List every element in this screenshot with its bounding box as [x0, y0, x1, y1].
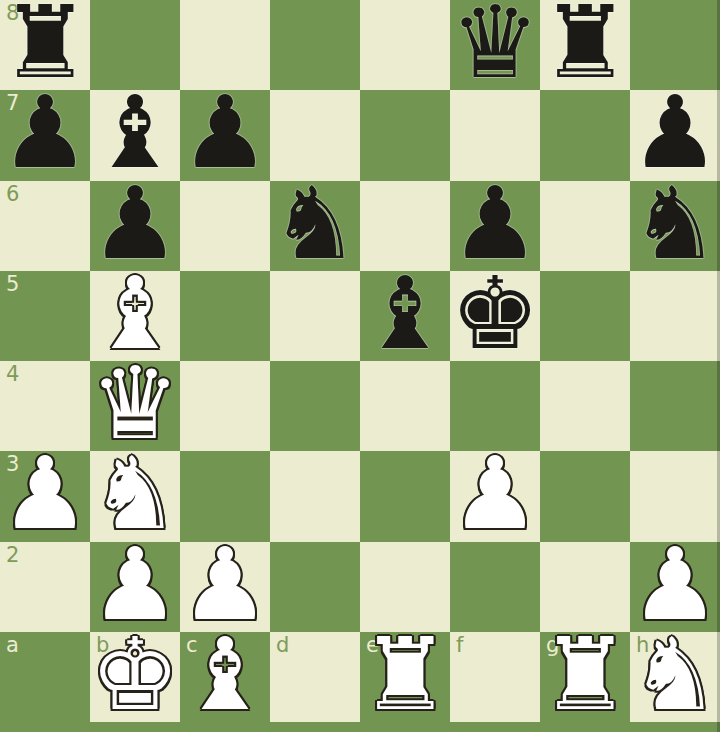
square-d8[interactable] — [270, 0, 360, 90]
square-g7[interactable] — [540, 90, 630, 180]
white-rook[interactable]: ♜ — [540, 630, 630, 720]
white-rook[interactable]: ♜ — [360, 630, 450, 720]
black-pawn[interactable]: ♟ — [0, 88, 90, 178]
square-a7[interactable]: 7♟ — [0, 90, 90, 180]
chess-board: 8♜♛♜7♟♝♟♟6♟♞♟♞5♝♝♚4♛3♟♞♟2♟♟♟ab♚c♝de♜fg♜h… — [0, 0, 720, 722]
black-pawn[interactable]: ♟ — [180, 88, 270, 178]
square-f2[interactable] — [450, 542, 540, 632]
square-g8[interactable]: ♜ — [540, 0, 630, 90]
square-h6[interactable]: ♞ — [630, 181, 720, 271]
rank-label-2: 2 — [6, 545, 19, 566]
square-d1[interactable]: d — [270, 632, 360, 722]
square-c7[interactable]: ♟ — [180, 90, 270, 180]
square-f8[interactable]: ♛ — [450, 0, 540, 90]
square-g6[interactable] — [540, 181, 630, 271]
square-f1[interactable]: f — [450, 632, 540, 722]
square-a5[interactable]: 5 — [0, 271, 90, 361]
white-king[interactable]: ♚ — [90, 630, 180, 720]
square-f5[interactable]: ♚ — [450, 271, 540, 361]
black-rook[interactable]: ♜ — [540, 0, 630, 88]
square-c4[interactable] — [180, 361, 270, 451]
square-a1[interactable]: a — [0, 632, 90, 722]
white-pawn[interactable]: ♟ — [450, 449, 540, 539]
square-e4[interactable] — [360, 361, 450, 451]
square-c5[interactable] — [180, 271, 270, 361]
black-king[interactable]: ♚ — [450, 269, 540, 359]
white-bishop[interactable]: ♝ — [180, 630, 270, 720]
square-f3[interactable]: ♟ — [450, 451, 540, 541]
file-label-a: a — [6, 635, 19, 656]
square-g3[interactable] — [540, 451, 630, 541]
square-g4[interactable] — [540, 361, 630, 451]
square-h5[interactable] — [630, 271, 720, 361]
black-knight[interactable]: ♞ — [630, 179, 720, 269]
square-e8[interactable] — [360, 0, 450, 90]
square-d3[interactable] — [270, 451, 360, 541]
square-d5[interactable] — [270, 271, 360, 361]
square-h4[interactable] — [630, 361, 720, 451]
square-g1[interactable]: g♜ — [540, 632, 630, 722]
square-e3[interactable] — [360, 451, 450, 541]
square-d6[interactable]: ♞ — [270, 181, 360, 271]
square-h1[interactable]: h♞ — [630, 632, 720, 722]
black-bishop[interactable]: ♝ — [360, 269, 450, 359]
white-knight[interactable]: ♞ — [630, 630, 720, 720]
square-a3[interactable]: 3♟ — [0, 451, 90, 541]
file-label-d: d — [276, 635, 289, 656]
square-g5[interactable] — [540, 271, 630, 361]
square-e7[interactable] — [360, 90, 450, 180]
square-c6[interactable] — [180, 181, 270, 271]
rank-label-5: 5 — [6, 274, 19, 295]
square-e1[interactable]: e♜ — [360, 632, 450, 722]
white-pawn[interactable]: ♟ — [0, 449, 90, 539]
rank-label-4: 4 — [6, 364, 19, 385]
black-queen[interactable]: ♛ — [450, 0, 540, 88]
black-knight[interactable]: ♞ — [270, 179, 360, 269]
square-a2[interactable]: 2 — [0, 542, 90, 632]
square-d4[interactable] — [270, 361, 360, 451]
rank-label-6: 6 — [6, 184, 19, 205]
square-b1[interactable]: b♚ — [90, 632, 180, 722]
square-e5[interactable]: ♝ — [360, 271, 450, 361]
page-background-strip — [0, 722, 720, 732]
file-label-f: f — [456, 635, 463, 656]
square-c1[interactable]: c♝ — [180, 632, 270, 722]
square-d2[interactable] — [270, 542, 360, 632]
square-a6[interactable]: 6 — [0, 181, 90, 271]
